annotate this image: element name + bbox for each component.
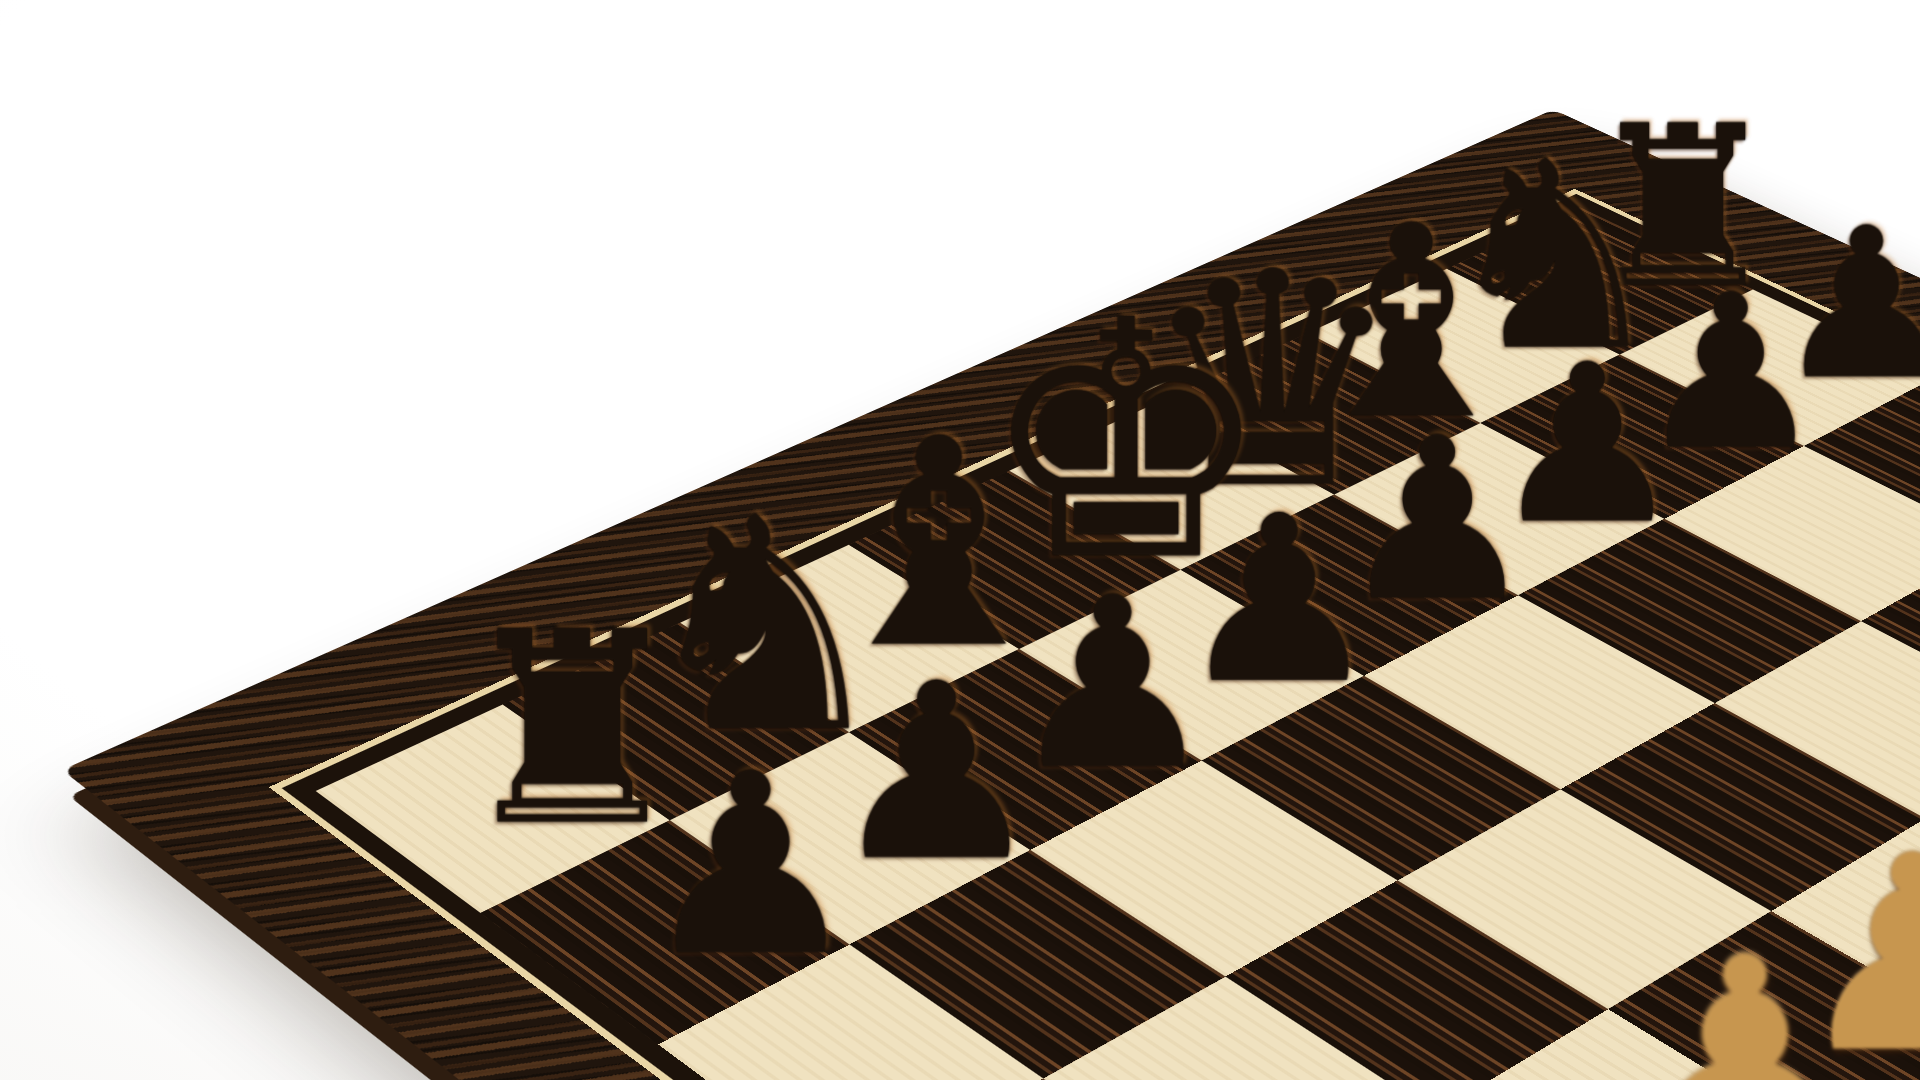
piece-white-pawn-b2[interactable]: ♟: [1605, 922, 1885, 1080]
chess-board: ♜♞♝♚♛♝♞♜♟♟♟♟♟♟♟♟♟♟: [62, 109, 1920, 1080]
photo-background: ♜♞♝♚♛♝♞♜♟♟♟♟♟♟♟♟♟♟: [0, 0, 1920, 1080]
board-scene: ♜♞♝♚♛♝♞♜♟♟♟♟♟♟♟♟♟♟: [0, 0, 1920, 1080]
piece-black-pawn-h7[interactable]: ♟: [619, 741, 883, 991]
board-squares: ♜♞♝♚♛♝♞♜♟♟♟♟♟♟♟♟♟♟: [316, 207, 1920, 1080]
square-h8[interactable]: ♜: [316, 705, 670, 913]
